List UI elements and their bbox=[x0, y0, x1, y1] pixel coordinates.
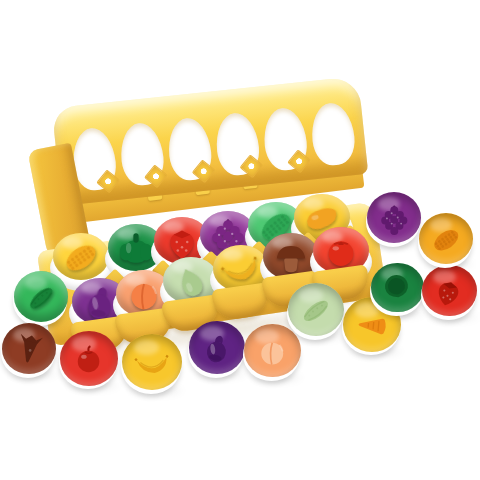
banana-icon bbox=[131, 343, 173, 385]
scene bbox=[0, 0, 480, 480]
egg-half-banana[interactable] bbox=[120, 332, 184, 400]
watermelon-icon bbox=[377, 269, 416, 308]
egg-half-carrotleaf[interactable] bbox=[0, 321, 58, 383]
egg-half-cucumber[interactable] bbox=[286, 281, 346, 345]
egg-half-apple[interactable] bbox=[58, 329, 120, 395]
peach-icon bbox=[254, 334, 290, 370]
egg-half-eggplant[interactable] bbox=[187, 319, 247, 383]
carrotleaf-icon bbox=[9, 330, 49, 370]
apple-icon bbox=[70, 341, 107, 378]
lid-egg-hole bbox=[309, 101, 357, 167]
egg-half-corn[interactable] bbox=[417, 211, 475, 273]
grapes-icon bbox=[377, 202, 412, 237]
eggplant-icon bbox=[196, 328, 238, 370]
egg-half-grapes[interactable] bbox=[365, 190, 423, 252]
